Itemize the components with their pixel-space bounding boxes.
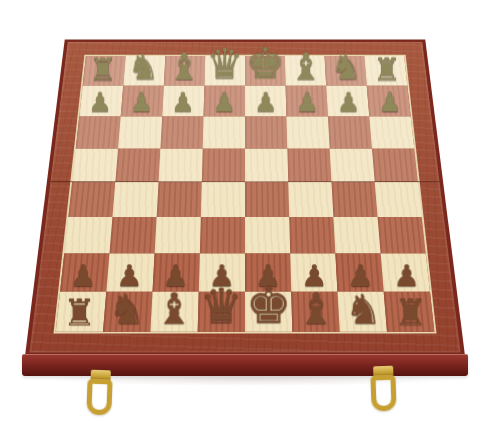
square-g6 — [328, 116, 372, 148]
piece-white-bishop: ♝ — [155, 288, 194, 331]
piece-white-knight: ♞ — [345, 289, 382, 330]
square-b1: ♞ — [103, 292, 153, 332]
square-b5 — [115, 148, 160, 181]
piece-black-pawn: ♟ — [337, 89, 361, 116]
square-e4 — [245, 182, 289, 217]
square-f3 — [289, 217, 335, 254]
piece-black-pawn: ♟ — [171, 89, 195, 116]
square-c8: ♝ — [164, 56, 205, 86]
square-a4 — [68, 182, 115, 217]
squares-grid: ♜♞♝♛♚♝♞♜♟♟♟♟♟♟♟♟♟♟♟♟♟♟♟♟♜♞♝♛♚♝♞♜ — [56, 56, 435, 332]
square-d8: ♛ — [204, 56, 245, 86]
square-h2: ♟ — [381, 253, 430, 291]
square-b4 — [112, 182, 158, 217]
piece-black-rook: ♜ — [373, 54, 401, 85]
piece-white-pawn: ♟ — [393, 261, 420, 291]
square-b3 — [109, 217, 156, 254]
piece-black-bishop: ♝ — [289, 48, 322, 85]
square-d5 — [202, 148, 245, 181]
square-b7: ♟ — [121, 86, 164, 117]
left-clasp — [82, 369, 118, 422]
square-c5 — [159, 148, 203, 181]
piece-white-rook: ♜ — [394, 294, 427, 330]
square-a5 — [72, 148, 118, 181]
square-e8: ♚ — [245, 56, 286, 86]
square-h1: ♜ — [384, 292, 435, 332]
square-g5 — [330, 148, 375, 181]
chess-board: ♜♞♝♛♚♝♞♜♟♟♟♟♟♟♟♟♟♟♟♟♟♟♟♟♜♞♝♛♚♝♞♜ — [25, 39, 465, 356]
square-f5 — [287, 148, 331, 181]
board-scene: ♜♞♝♛♚♝♞♜♟♟♟♟♟♟♟♟♟♟♟♟♟♟♟♟♜♞♝♛♚♝♞♜ — [25, 38, 465, 356]
right-clasp-loop — [370, 375, 396, 412]
piece-black-rook: ♜ — [89, 54, 117, 85]
left-clasp-loop — [86, 379, 112, 416]
board-fold-seam — [50, 181, 439, 182]
piece-black-pawn: ♟ — [254, 89, 278, 116]
square-e5 — [245, 148, 288, 181]
square-c7: ♟ — [162, 86, 204, 117]
square-e3 — [245, 217, 290, 254]
square-h5 — [372, 148, 418, 181]
piece-white-queen: ♛ — [200, 283, 243, 331]
square-f1: ♝ — [291, 292, 339, 332]
square-h6 — [369, 116, 414, 148]
square-f4 — [288, 182, 333, 217]
square-h8: ♜ — [364, 56, 407, 86]
square-c1: ♝ — [150, 292, 198, 332]
square-h7: ♟ — [367, 86, 411, 117]
square-a6 — [76, 116, 121, 148]
square-c3 — [155, 217, 201, 254]
piece-black-knight: ♞ — [331, 49, 363, 85]
piece-white-pawn: ♟ — [70, 261, 97, 291]
piece-white-rook: ♜ — [63, 294, 96, 330]
square-h3 — [378, 217, 426, 254]
piece-black-queen: ♛ — [206, 44, 243, 85]
piece-black-pawn: ♟ — [295, 89, 319, 116]
square-d4 — [201, 182, 245, 217]
piece-black-bishop: ♝ — [167, 48, 200, 85]
right-clasp — [366, 365, 402, 418]
square-d1: ♛ — [198, 292, 245, 332]
square-c6 — [160, 116, 203, 148]
square-a2: ♟ — [60, 253, 109, 291]
square-c4 — [157, 182, 202, 217]
piece-white-bishop: ♝ — [297, 288, 336, 331]
square-g7: ♟ — [326, 86, 369, 117]
piece-black-pawn: ♟ — [212, 89, 236, 116]
piece-black-king: ♚ — [246, 41, 285, 85]
square-g4 — [331, 182, 377, 217]
square-f8: ♝ — [285, 56, 326, 86]
square-a3 — [64, 217, 112, 254]
square-d3 — [200, 217, 245, 254]
square-f7: ♟ — [286, 86, 328, 117]
piece-black-pawn: ♟ — [378, 89, 402, 116]
square-e6 — [245, 116, 287, 148]
square-a7: ♟ — [79, 86, 123, 117]
square-a8: ♜ — [83, 56, 126, 86]
square-g8: ♞ — [325, 56, 367, 86]
square-g3 — [333, 217, 380, 254]
square-f6 — [286, 116, 329, 148]
square-a1: ♜ — [56, 292, 107, 332]
chess-set-photo: ♜♞♝♛♚♝♞♜♟♟♟♟♟♟♟♟♟♟♟♟♟♟♟♟♜♞♝♛♚♝♞♜ — [0, 0, 500, 432]
square-d7: ♟ — [204, 86, 245, 117]
square-e1: ♚ — [245, 292, 292, 332]
square-g1: ♞ — [337, 292, 387, 332]
square-d6 — [203, 116, 245, 148]
piece-black-pawn: ♟ — [129, 89, 153, 116]
piece-black-pawn: ♟ — [88, 89, 112, 116]
square-e7: ♟ — [245, 86, 286, 117]
square-h4 — [375, 182, 422, 217]
piece-black-knight: ♞ — [128, 49, 160, 85]
piece-white-knight: ♞ — [108, 289, 145, 330]
piece-white-king: ♚ — [246, 280, 292, 331]
square-b6 — [118, 116, 162, 148]
square-b8: ♞ — [123, 56, 165, 86]
